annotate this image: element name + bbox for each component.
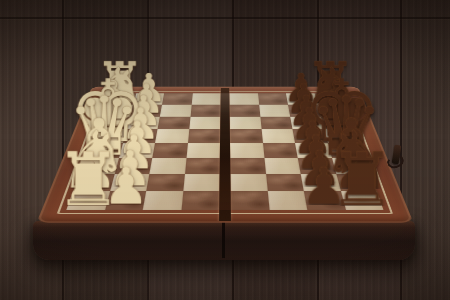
board-clasp — [386, 145, 406, 169]
chessboard: ♜♞♝♛♚♝♞♜♟♟♟♟♟♟♟♟♟♟♟♟♟♟♟♟♜♞♝♛♚♝♞♜ — [36, 87, 413, 223]
table-plank-joint — [0, 17, 450, 19]
white-pawn-icon: ♟ — [57, 161, 195, 212]
chessboard-box-side — [33, 221, 415, 260]
clasp-hook-icon — [385, 153, 405, 171]
photo-scene: ♜♞♝♛♚♝♞♜♟♟♟♟♟♟♟♟♟♟♟♟♟♟♟♟♜♞♝♛♚♝♞♜ — [0, 0, 450, 300]
box-center-seam — [222, 221, 225, 258]
pieces-layer: ♜♞♝♛♚♝♞♜♟♟♟♟♟♟♟♟♟♟♟♟♟♟♟♟♜♞♝♛♚♝♞♜ — [66, 93, 383, 210]
black-pawn-icon: ♟ — [255, 161, 393, 212]
